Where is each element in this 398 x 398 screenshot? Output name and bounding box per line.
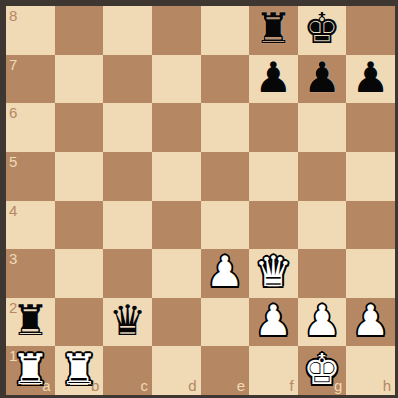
- piece-white-pawn-h2[interactable]: ♟: [352, 300, 390, 342]
- square-c6[interactable]: [103, 103, 152, 152]
- piece-black-pawn-g7[interactable]: ♟: [303, 57, 341, 99]
- square-e7[interactable]: [201, 55, 250, 104]
- square-h6[interactable]: [346, 103, 395, 152]
- square-f4[interactable]: [249, 201, 298, 250]
- piece-white-king-g1[interactable]: ♚: [303, 349, 341, 391]
- square-c2[interactable]: ♛: [103, 298, 152, 347]
- file-label-c: c: [140, 378, 148, 393]
- square-f7[interactable]: ♟: [249, 55, 298, 104]
- square-d6[interactable]: [152, 103, 201, 152]
- square-c5[interactable]: [103, 152, 152, 201]
- square-d8[interactable]: [152, 6, 201, 55]
- square-c3[interactable]: [103, 249, 152, 298]
- piece-white-pawn-g2[interactable]: ♟: [303, 300, 341, 342]
- square-c7[interactable]: [103, 55, 152, 104]
- piece-white-pawn-e3[interactable]: ♟: [206, 251, 244, 293]
- square-e6[interactable]: [201, 103, 250, 152]
- square-g7[interactable]: ♟: [298, 55, 347, 104]
- square-h2[interactable]: ♟: [346, 298, 395, 347]
- rank-label-4: 4: [9, 203, 17, 218]
- piece-black-pawn-h7[interactable]: ♟: [352, 57, 390, 99]
- square-g1[interactable]: g♚: [298, 346, 347, 395]
- square-h8[interactable]: [346, 6, 395, 55]
- square-e1[interactable]: e: [201, 346, 250, 395]
- square-e8[interactable]: [201, 6, 250, 55]
- square-b2[interactable]: [55, 298, 104, 347]
- square-f8[interactable]: ♜: [249, 6, 298, 55]
- square-b7[interactable]: [55, 55, 104, 104]
- square-f1[interactable]: f: [249, 346, 298, 395]
- square-b8[interactable]: [55, 6, 104, 55]
- square-g5[interactable]: [298, 152, 347, 201]
- file-label-e: e: [237, 378, 245, 393]
- piece-black-pawn-f7[interactable]: ♟: [255, 57, 293, 99]
- rank-label-5: 5: [9, 154, 17, 169]
- square-d7[interactable]: [152, 55, 201, 104]
- piece-black-rook-a2[interactable]: ♜: [11, 300, 49, 342]
- square-d1[interactable]: d: [152, 346, 201, 395]
- square-d3[interactable]: [152, 249, 201, 298]
- rank-label-6: 6: [9, 105, 17, 120]
- piece-black-queen-c2[interactable]: ♛: [109, 300, 147, 342]
- square-g6[interactable]: [298, 103, 347, 152]
- square-a1[interactable]: 1a♜: [6, 346, 55, 395]
- rank-label-3: 3: [9, 251, 17, 266]
- piece-white-queen-f3[interactable]: ♛: [255, 251, 293, 293]
- rank-label-7: 7: [9, 57, 17, 72]
- chess-board: 8♜♚7♟♟♟6543♟♛2♜♛♟♟♟1a♜b♜cdefg♚h: [0, 0, 398, 398]
- rank-label-8: 8: [9, 8, 17, 23]
- square-c1[interactable]: c: [103, 346, 152, 395]
- square-a2[interactable]: 2♜: [6, 298, 55, 347]
- square-e2[interactable]: [201, 298, 250, 347]
- square-h4[interactable]: [346, 201, 395, 250]
- square-f2[interactable]: ♟: [249, 298, 298, 347]
- square-b6[interactable]: [55, 103, 104, 152]
- square-b3[interactable]: [55, 249, 104, 298]
- square-a6[interactable]: 6: [6, 103, 55, 152]
- piece-white-rook-b1[interactable]: ♜: [60, 349, 98, 391]
- square-a4[interactable]: 4: [6, 201, 55, 250]
- square-a8[interactable]: 8: [6, 6, 55, 55]
- file-label-h: h: [383, 378, 391, 393]
- square-g8[interactable]: ♚: [298, 6, 347, 55]
- square-h5[interactable]: [346, 152, 395, 201]
- board-grid: 8♜♚7♟♟♟6543♟♛2♜♛♟♟♟1a♜b♜cdefg♚h: [6, 6, 395, 395]
- square-f5[interactable]: [249, 152, 298, 201]
- square-g3[interactable]: [298, 249, 347, 298]
- square-b1[interactable]: b♜: [55, 346, 104, 395]
- square-a5[interactable]: 5: [6, 152, 55, 201]
- square-h1[interactable]: h: [346, 346, 395, 395]
- square-h7[interactable]: ♟: [346, 55, 395, 104]
- square-e5[interactable]: [201, 152, 250, 201]
- piece-white-pawn-f2[interactable]: ♟: [255, 300, 293, 342]
- square-d2[interactable]: [152, 298, 201, 347]
- square-d4[interactable]: [152, 201, 201, 250]
- square-c4[interactable]: [103, 201, 152, 250]
- file-label-f: f: [290, 378, 294, 393]
- square-a3[interactable]: 3: [6, 249, 55, 298]
- square-d5[interactable]: [152, 152, 201, 201]
- square-c8[interactable]: [103, 6, 152, 55]
- file-label-d: d: [188, 378, 196, 393]
- square-a7[interactable]: 7: [6, 55, 55, 104]
- square-f6[interactable]: [249, 103, 298, 152]
- piece-black-rook-f8[interactable]: ♜: [255, 8, 293, 50]
- piece-black-king-g8[interactable]: ♚: [303, 8, 341, 50]
- square-f3[interactable]: ♛: [249, 249, 298, 298]
- square-e3[interactable]: ♟: [201, 249, 250, 298]
- square-b4[interactable]: [55, 201, 104, 250]
- square-g4[interactable]: [298, 201, 347, 250]
- square-b5[interactable]: [55, 152, 104, 201]
- square-g2[interactable]: ♟: [298, 298, 347, 347]
- piece-white-rook-a1[interactable]: ♜: [11, 349, 49, 391]
- square-e4[interactable]: [201, 201, 250, 250]
- square-h3[interactable]: [346, 249, 395, 298]
